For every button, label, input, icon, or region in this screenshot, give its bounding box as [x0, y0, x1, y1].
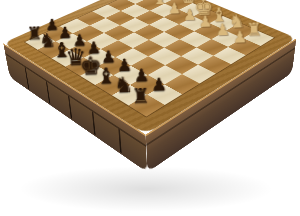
chess-box: ♜♞♝♛♚♝♞♜♟♟♟♟♟♟♟♟♟♟♟♟♟♟♟♟♜♞♝♛♚♝♞♜ — [10, 8, 293, 172]
square-h2: ♟ — [228, 38, 260, 55]
product-photo-scene: ♜♞♝♛♚♝♞♜♟♟♟♟♟♟♟♟♟♟♟♟♟♟♟♟♜♞♝♛♚♝♞♜ — [0, 0, 300, 216]
drawer-groove — [92, 111, 96, 135]
white-pawn: ♟ — [228, 25, 252, 49]
drawer-groove — [118, 128, 121, 153]
box-drop-shadow — [18, 166, 274, 212]
drawer-groove — [68, 95, 72, 119]
black-rook: ♜ — [127, 81, 154, 109]
